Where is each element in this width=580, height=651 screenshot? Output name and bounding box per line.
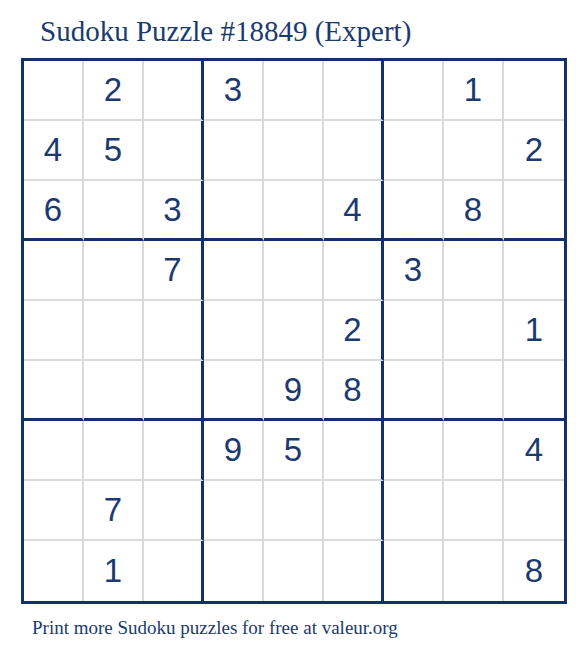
- cell-r3c7: [384, 181, 444, 241]
- cell-r6c4: [204, 361, 264, 421]
- cell-r9c2: 1: [84, 541, 144, 601]
- cell-r3c2: [84, 181, 144, 241]
- cell-r4c8: [444, 241, 504, 301]
- cell-r9c6: [324, 541, 384, 601]
- cell-r9c9: 8: [504, 541, 564, 601]
- cell-r6c9: [504, 361, 564, 421]
- cell-r9c4: [204, 541, 264, 601]
- cell-r8c2: 7: [84, 481, 144, 541]
- cell-r8c4: [204, 481, 264, 541]
- cell-r5c8: [444, 301, 504, 361]
- cell-r7c8: [444, 421, 504, 481]
- cell-r3c8: 8: [444, 181, 504, 241]
- cell-r1c9: [504, 61, 564, 121]
- cell-r1c1: [24, 61, 84, 121]
- cell-r4c1: [24, 241, 84, 301]
- cell-r5c9: 1: [504, 301, 564, 361]
- cell-r3c4: [204, 181, 264, 241]
- cell-r8c6: [324, 481, 384, 541]
- cell-r5c2: [84, 301, 144, 361]
- cell-r2c7: [384, 121, 444, 181]
- cell-r7c3: [144, 421, 204, 481]
- cell-r7c9: 4: [504, 421, 564, 481]
- cell-r2c9: 2: [504, 121, 564, 181]
- cell-r6c7: [384, 361, 444, 421]
- cell-r4c4: [204, 241, 264, 301]
- cell-r9c7: [384, 541, 444, 601]
- cell-r2c8: [444, 121, 504, 181]
- cell-r8c8: [444, 481, 504, 541]
- cell-r1c3: [144, 61, 204, 121]
- cell-r4c5: [264, 241, 324, 301]
- page-title: Sudoku Puzzle #18849 (Expert): [40, 14, 411, 48]
- cell-r3c1: 6: [24, 181, 84, 241]
- cell-r4c9: [504, 241, 564, 301]
- cell-r1c7: [384, 61, 444, 121]
- cell-r8c9: [504, 481, 564, 541]
- cell-r6c2: [84, 361, 144, 421]
- cell-r7c6: [324, 421, 384, 481]
- sudoku-page: Sudoku Puzzle #18849 (Expert) 2314526348…: [0, 0, 580, 651]
- cell-r3c6: 4: [324, 181, 384, 241]
- cell-r7c2: [84, 421, 144, 481]
- cell-r9c3: [144, 541, 204, 601]
- cell-r8c3: [144, 481, 204, 541]
- cell-r5c1: [24, 301, 84, 361]
- cell-r9c5: [264, 541, 324, 601]
- cell-r1c4: 3: [204, 61, 264, 121]
- cell-r7c4: 9: [204, 421, 264, 481]
- cell-r6c5: 9: [264, 361, 324, 421]
- cell-r1c5: [264, 61, 324, 121]
- cell-r3c3: 3: [144, 181, 204, 241]
- cell-r4c7: 3: [384, 241, 444, 301]
- cell-r4c2: [84, 241, 144, 301]
- cell-r5c3: [144, 301, 204, 361]
- cell-r3c9: [504, 181, 564, 241]
- cell-r2c1: 4: [24, 121, 84, 181]
- cell-r2c5: [264, 121, 324, 181]
- cell-r7c1: [24, 421, 84, 481]
- cell-r6c6: 8: [324, 361, 384, 421]
- cell-r5c6: 2: [324, 301, 384, 361]
- cell-r2c2: 5: [84, 121, 144, 181]
- cell-r8c5: [264, 481, 324, 541]
- cell-r2c3: [144, 121, 204, 181]
- sudoku-board: 2314526348732198954718: [21, 58, 567, 604]
- cell-r5c5: [264, 301, 324, 361]
- cell-r7c7: [384, 421, 444, 481]
- footer-text: Print more Sudoku puzzles for free at va…: [32, 616, 398, 640]
- cell-r4c3: 7: [144, 241, 204, 301]
- cell-r8c1: [24, 481, 84, 541]
- cell-r5c4: [204, 301, 264, 361]
- cell-r4c6: [324, 241, 384, 301]
- cell-r7c5: 5: [264, 421, 324, 481]
- cell-r6c8: [444, 361, 504, 421]
- cell-r6c1: [24, 361, 84, 421]
- cell-r2c4: [204, 121, 264, 181]
- cell-r6c3: [144, 361, 204, 421]
- cell-r3c5: [264, 181, 324, 241]
- cell-r9c8: [444, 541, 504, 601]
- cell-r5c7: [384, 301, 444, 361]
- cell-r1c6: [324, 61, 384, 121]
- cell-r9c1: [24, 541, 84, 601]
- cell-r1c2: 2: [84, 61, 144, 121]
- cell-r1c8: 1: [444, 61, 504, 121]
- cell-r8c7: [384, 481, 444, 541]
- cell-r2c6: [324, 121, 384, 181]
